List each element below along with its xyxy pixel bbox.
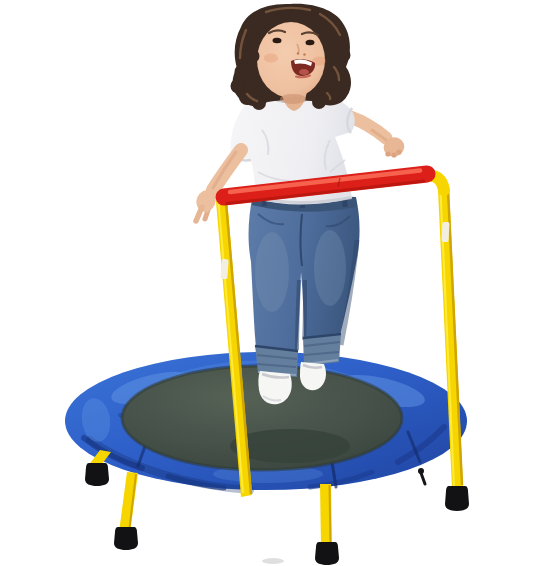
- right-pole-foot: [445, 486, 469, 511]
- floor-shadow: [262, 558, 284, 564]
- zipper-pull: [418, 468, 425, 484]
- jeans-cuff-right: [303, 333, 341, 366]
- leg-back-left: [85, 450, 111, 486]
- nostril: [297, 52, 300, 55]
- product-photo: [0, 0, 540, 566]
- leg-front-center: [315, 484, 339, 565]
- right-pole-sticker: [441, 222, 449, 242]
- trampoline-child-illustration: [0, 0, 540, 566]
- child-head: [231, 4, 352, 111]
- leg-front-left: [114, 472, 138, 550]
- nostril: [303, 53, 306, 56]
- child-jeans: [249, 189, 360, 377]
- child-right-arm: [350, 117, 407, 160]
- left-pole-sticker: [220, 259, 228, 279]
